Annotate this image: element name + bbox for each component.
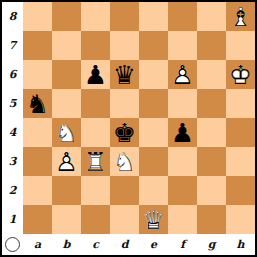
file-label-h: h bbox=[226, 234, 255, 255]
file-label-b: b bbox=[52, 234, 81, 255]
piece-white-pawn-b3[interactable]: ♟♙ bbox=[52, 147, 81, 176]
square-b5[interactable] bbox=[52, 89, 81, 118]
piece-black-pawn-c6[interactable]: ♟ bbox=[81, 60, 110, 89]
square-e1[interactable]: ♛♕ bbox=[139, 205, 168, 234]
square-b7[interactable] bbox=[52, 31, 81, 60]
square-b3[interactable]: ♟♙ bbox=[52, 147, 81, 176]
piece-white-king-h6[interactable]: ♚♔ bbox=[226, 60, 255, 89]
square-d5[interactable] bbox=[110, 89, 139, 118]
file-labels: abcdefgh bbox=[23, 234, 255, 255]
side-to-move-indicator bbox=[2, 234, 23, 255]
square-c4[interactable] bbox=[81, 118, 110, 147]
square-b4[interactable]: ♞♘ bbox=[52, 118, 81, 147]
white-queen-outline-icon: ♕ bbox=[139, 205, 168, 234]
square-d8[interactable] bbox=[110, 2, 139, 31]
rank-label-8: 8 bbox=[2, 2, 23, 31]
square-a7[interactable] bbox=[23, 31, 52, 60]
square-b1[interactable] bbox=[52, 205, 81, 234]
rank-labels: 87654321 bbox=[2, 2, 23, 234]
square-b8[interactable] bbox=[52, 2, 81, 31]
file-label-f: f bbox=[168, 234, 197, 255]
square-d4[interactable]: ♚ bbox=[110, 118, 139, 147]
square-h5[interactable] bbox=[226, 89, 255, 118]
square-c2[interactable] bbox=[81, 176, 110, 205]
black-king-icon: ♚ bbox=[110, 118, 139, 147]
piece-black-pawn-f4[interactable]: ♟ bbox=[168, 118, 197, 147]
white-to-move-circle-icon bbox=[5, 237, 20, 252]
square-c7[interactable] bbox=[81, 31, 110, 60]
piece-white-knight-b4[interactable]: ♞♘ bbox=[52, 118, 81, 147]
piece-white-knight-d3[interactable]: ♞♘ bbox=[110, 147, 139, 176]
square-e5[interactable] bbox=[139, 89, 168, 118]
piece-black-queen-d6[interactable]: ♛ bbox=[110, 60, 139, 89]
square-c6[interactable]: ♟ bbox=[81, 60, 110, 89]
square-a4[interactable] bbox=[23, 118, 52, 147]
square-f7[interactable] bbox=[168, 31, 197, 60]
square-h7[interactable] bbox=[226, 31, 255, 60]
file-label-g: g bbox=[197, 234, 226, 255]
square-f4[interactable]: ♟ bbox=[168, 118, 197, 147]
square-c1[interactable] bbox=[81, 205, 110, 234]
square-h2[interactable] bbox=[226, 176, 255, 205]
square-g4[interactable] bbox=[197, 118, 226, 147]
chess-board: ♝♗♟♛♟♙♚♔♞♞♘♚♟♟♙♜♖♞♘♛♕ bbox=[23, 2, 255, 234]
square-e7[interactable] bbox=[139, 31, 168, 60]
square-b2[interactable] bbox=[52, 176, 81, 205]
square-b6[interactable] bbox=[52, 60, 81, 89]
file-label-e: e bbox=[139, 234, 168, 255]
square-g6[interactable] bbox=[197, 60, 226, 89]
square-g8[interactable] bbox=[197, 2, 226, 31]
rank-label-7: 7 bbox=[2, 31, 23, 60]
square-c5[interactable] bbox=[81, 89, 110, 118]
file-label-a: a bbox=[23, 234, 52, 255]
square-a3[interactable] bbox=[23, 147, 52, 176]
square-a6[interactable] bbox=[23, 60, 52, 89]
square-f1[interactable] bbox=[168, 205, 197, 234]
piece-white-bishop-h8[interactable]: ♝♗ bbox=[226, 2, 255, 31]
square-f6[interactable]: ♟♙ bbox=[168, 60, 197, 89]
square-e8[interactable] bbox=[139, 2, 168, 31]
square-a8[interactable] bbox=[23, 2, 52, 31]
black-pawn-icon: ♟ bbox=[168, 118, 197, 147]
rank-label-6: 6 bbox=[2, 60, 23, 89]
white-bishop-outline-icon: ♗ bbox=[226, 2, 255, 31]
black-knight-icon: ♞ bbox=[23, 89, 52, 118]
piece-white-rook-c3[interactable]: ♜♖ bbox=[81, 147, 110, 176]
square-a5[interactable]: ♞ bbox=[23, 89, 52, 118]
white-pawn-outline-icon: ♙ bbox=[52, 147, 81, 176]
square-d7[interactable] bbox=[110, 31, 139, 60]
square-e2[interactable] bbox=[139, 176, 168, 205]
rank-label-1: 1 bbox=[2, 205, 23, 234]
square-g1[interactable] bbox=[197, 205, 226, 234]
square-h3[interactable] bbox=[226, 147, 255, 176]
white-knight-outline-icon: ♘ bbox=[110, 147, 139, 176]
square-g2[interactable] bbox=[197, 176, 226, 205]
square-e6[interactable] bbox=[139, 60, 168, 89]
rank-label-3: 3 bbox=[2, 147, 23, 176]
piece-black-king-d4[interactable]: ♚ bbox=[110, 118, 139, 147]
file-label-c: c bbox=[81, 234, 110, 255]
square-f8[interactable] bbox=[168, 2, 197, 31]
square-c3[interactable]: ♜♖ bbox=[81, 147, 110, 176]
piece-white-pawn-f6[interactable]: ♟♙ bbox=[168, 60, 197, 89]
square-e4[interactable] bbox=[139, 118, 168, 147]
square-h8[interactable]: ♝♗ bbox=[226, 2, 255, 31]
rank-label-2: 2 bbox=[2, 176, 23, 205]
square-h6[interactable]: ♚♔ bbox=[226, 60, 255, 89]
black-pawn-icon: ♟ bbox=[81, 60, 110, 89]
square-g7[interactable] bbox=[197, 31, 226, 60]
white-king-outline-icon: ♔ bbox=[226, 60, 255, 89]
white-knight-outline-icon: ♘ bbox=[52, 118, 81, 147]
square-a2[interactable] bbox=[23, 176, 52, 205]
square-d1[interactable] bbox=[110, 205, 139, 234]
square-d3[interactable]: ♞♘ bbox=[110, 147, 139, 176]
white-rook-outline-icon: ♖ bbox=[81, 147, 110, 176]
square-c8[interactable] bbox=[81, 2, 110, 31]
piece-black-knight-a5[interactable]: ♞ bbox=[23, 89, 52, 118]
square-f5[interactable] bbox=[168, 89, 197, 118]
black-queen-icon: ♛ bbox=[110, 60, 139, 89]
rank-label-4: 4 bbox=[2, 118, 23, 147]
square-h1[interactable] bbox=[226, 205, 255, 234]
square-f3[interactable] bbox=[168, 147, 197, 176]
square-g5[interactable] bbox=[197, 89, 226, 118]
square-g3[interactable] bbox=[197, 147, 226, 176]
square-f2[interactable] bbox=[168, 176, 197, 205]
file-label-d: d bbox=[110, 234, 139, 255]
chess-diagram: 87654321 ♝♗♟♛♟♙♚♔♞♞♘♚♟♟♙♜♖♞♘♛♕ abcdefgh bbox=[0, 0, 257, 257]
rank-label-5: 5 bbox=[2, 89, 23, 118]
square-h4[interactable] bbox=[226, 118, 255, 147]
white-pawn-outline-icon: ♙ bbox=[168, 60, 197, 89]
square-a1[interactable] bbox=[23, 205, 52, 234]
square-e3[interactable] bbox=[139, 147, 168, 176]
square-d6[interactable]: ♛ bbox=[110, 60, 139, 89]
square-d2[interactable] bbox=[110, 176, 139, 205]
piece-white-queen-e1[interactable]: ♛♕ bbox=[139, 205, 168, 234]
